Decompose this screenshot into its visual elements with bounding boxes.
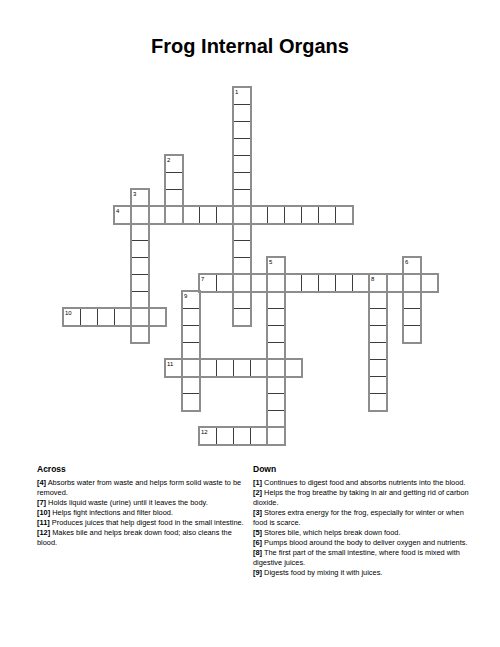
grid-cell-r7c6[interactable] [165, 206, 183, 224]
grid-cell-r11c18[interactable] [369, 274, 387, 292]
grid-cell-r7c12[interactable] [267, 206, 285, 224]
grid-cell-r10c20[interactable] [403, 257, 421, 275]
grid-cell-r18c7[interactable] [182, 393, 200, 411]
clue-down-8: [8] The first part of the small intestin… [253, 548, 474, 568]
grid-cell-r7c9[interactable] [216, 206, 234, 224]
grid-cell-r16c7[interactable] [182, 359, 200, 377]
grid-cell-r12c20[interactable] [403, 291, 421, 309]
grid-cell-r16c6[interactable] [165, 359, 183, 377]
grid-cell-r7c3[interactable] [114, 206, 132, 224]
grid-cell-r13c1[interactable] [80, 308, 98, 326]
down-header: Down [253, 464, 474, 474]
grid-cell-r13c3[interactable] [114, 308, 132, 326]
grid-cell-r3c10[interactable] [233, 138, 251, 156]
grid-cell-r11c13[interactable] [284, 274, 302, 292]
grid-cell-r12c7[interactable] [182, 291, 200, 309]
grid-cell-r13c0[interactable] [63, 308, 81, 326]
grid-cell-r20c10[interactable] [233, 427, 251, 445]
grid-cell-r16c8[interactable] [199, 359, 217, 377]
grid-cell-r12c10[interactable] [233, 291, 251, 309]
grid-cell-r9c4[interactable] [131, 240, 149, 258]
grid-cell-r11c9[interactable] [216, 274, 234, 292]
clue-down-2: [2] Helps the frog breathe by taking in … [253, 488, 474, 508]
grid-cell-r16c13[interactable] [284, 359, 302, 377]
grid-cell-r11c12[interactable] [267, 274, 285, 292]
grid-cell-r11c19[interactable] [386, 274, 404, 292]
grid-cell-r15c7[interactable] [182, 342, 200, 360]
grid-cell-r7c5[interactable] [148, 206, 166, 224]
grid-cell-r13c7[interactable] [182, 308, 200, 326]
grid-cell-r6c4[interactable] [131, 189, 149, 207]
grid-cell-r10c12[interactable] [267, 257, 285, 275]
grid-cell-r11c14[interactable] [301, 274, 319, 292]
grid-cell-r17c12[interactable] [267, 376, 285, 394]
grid-cell-r11c8[interactable] [199, 274, 217, 292]
grid-cell-r14c4[interactable] [131, 325, 149, 343]
grid-cell-r4c10[interactable] [233, 155, 251, 173]
grid-cell-r20c11[interactable] [250, 427, 268, 445]
grid-cell-r7c16[interactable] [335, 206, 353, 224]
clue-across-12: [12] Makes bile and helps break down foo… [37, 528, 248, 548]
grid-cell-r6c6[interactable] [165, 189, 183, 207]
grid-cell-r13c4[interactable] [131, 308, 149, 326]
grid-cell-r4c6[interactable] [165, 155, 183, 173]
grid-cell-r13c2[interactable] [97, 308, 115, 326]
grid-cell-r0c10[interactable] [233, 87, 251, 105]
grid-cell-r16c12[interactable] [267, 359, 285, 377]
grid-cell-r20c9[interactable] [216, 427, 234, 445]
down-clues-section: Down [1] Continues to digest food and ab… [253, 464, 474, 578]
grid-cell-r8c4[interactable] [131, 223, 149, 241]
grid-cell-r7c8[interactable] [199, 206, 217, 224]
grid-cell-r17c7[interactable] [182, 376, 200, 394]
grid-cell-r18c12[interactable] [267, 393, 285, 411]
grid-cell-r7c7[interactable] [182, 206, 200, 224]
grid-cell-r5c10[interactable] [233, 172, 251, 190]
grid-cell-r12c4[interactable] [131, 291, 149, 309]
grid-cell-r16c18[interactable] [369, 359, 387, 377]
grid-cell-r9c10[interactable] [233, 240, 251, 258]
across-clue-list: [4] Absorbs water from waste and helps f… [37, 478, 248, 548]
clue-down-3: [3] Stores extra energy for the frog, es… [253, 508, 474, 528]
grid-cell-r14c18[interactable] [369, 325, 387, 343]
grid-cell-r12c18[interactable] [369, 291, 387, 309]
crossword-page: Frog Internal Organs 123456789101112 Acr… [0, 0, 500, 647]
grid-cell-r13c20[interactable] [403, 308, 421, 326]
grid-cell-r11c11[interactable] [250, 274, 268, 292]
grid-cell-r11c16[interactable] [335, 274, 353, 292]
grid-cell-r20c12[interactable] [267, 427, 285, 445]
clue-down-5: [5] Stores bile, which helps break down … [253, 528, 474, 538]
across-clues-section: Across [4] Absorbs water from waste and … [37, 464, 248, 548]
grid-cell-r1c10[interactable] [233, 104, 251, 122]
grid-cell-r13c12[interactable] [267, 308, 285, 326]
grid-cell-r11c10[interactable] [233, 274, 251, 292]
grid-cell-r13c18[interactable] [369, 308, 387, 326]
across-header: Across [37, 464, 248, 474]
grid-cell-r14c20[interactable] [403, 325, 421, 343]
grid-cell-r12c12[interactable] [267, 291, 285, 309]
grid-cell-r7c11[interactable] [250, 206, 268, 224]
grid-cell-r11c21[interactable] [420, 274, 438, 292]
down-clue-list: [1] Continues to digest food and absorbs… [253, 478, 474, 578]
crossword-grid: 123456789101112 [63, 87, 439, 446]
grid-cell-r20c8[interactable] [199, 427, 217, 445]
grid-cell-r16c11[interactable] [250, 359, 268, 377]
grid-cell-r7c14[interactable] [301, 206, 319, 224]
grid-cell-r2c10[interactable] [233, 121, 251, 139]
grid-cell-r13c10[interactable] [233, 308, 251, 326]
clue-down-1: [1] Continues to digest food and absorbs… [253, 478, 474, 488]
grid-cell-r11c15[interactable] [318, 274, 336, 292]
clue-across-11: [11] Produces juices that help digest fo… [37, 518, 248, 528]
grid-cell-r18c18[interactable] [369, 393, 387, 411]
grid-cell-r15c18[interactable] [369, 342, 387, 360]
grid-cell-r14c7[interactable] [182, 325, 200, 343]
grid-cell-r8c10[interactable] [233, 223, 251, 241]
clue-across-10: [10] Helps fight infections and filter b… [37, 508, 248, 518]
grid-cell-r17c18[interactable] [369, 376, 387, 394]
grid-cell-r6c10[interactable] [233, 189, 251, 207]
grid-cell-r7c4[interactable] [131, 206, 149, 224]
grid-cell-r13c5[interactable] [148, 308, 166, 326]
clue-across-4: [4] Absorbs water from waste and helps f… [37, 478, 248, 498]
grid-cell-r10c10[interactable] [233, 257, 251, 275]
clue-across-7: [7] Holds liquid waste (urine) until it … [37, 498, 248, 508]
grid-cell-r16c10[interactable] [233, 359, 251, 377]
clue-down-9: [9] Digests food by mixing it with juice… [253, 568, 474, 578]
grid-cell-r11c20[interactable] [403, 274, 421, 292]
clue-down-6: [6] Pumps blood around the body to deliv… [253, 538, 474, 548]
grid-cell-r7c15[interactable] [318, 206, 336, 224]
grid-cell-r10c4[interactable] [131, 257, 149, 275]
grid-cell-r7c13[interactable] [284, 206, 302, 224]
grid-cell-r15c12[interactable] [267, 342, 285, 360]
grid-cell-r14c12[interactable] [267, 325, 285, 343]
page-title: Frog Internal Organs [0, 35, 500, 58]
grid-cell-r5c6[interactable] [165, 172, 183, 190]
grid-cell-r19c12[interactable] [267, 410, 285, 428]
grid-cell-r11c17[interactable] [352, 274, 370, 292]
grid-cell-r7c10[interactable] [233, 206, 251, 224]
grid-cell-r11c4[interactable] [131, 274, 149, 292]
grid-cell-r16c9[interactable] [216, 359, 234, 377]
